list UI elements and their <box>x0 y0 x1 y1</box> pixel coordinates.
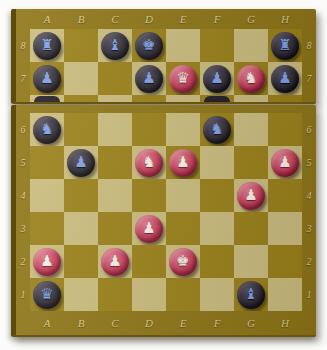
file-label-e-bottom: E <box>166 311 200 335</box>
sliver-square-g6 <box>234 95 268 102</box>
rank-label-7-left: 7 <box>16 62 30 95</box>
rank-label-2-right: 2 <box>302 245 316 278</box>
square-c8: ♝ <box>98 29 132 62</box>
black-rook-icon: ♜ <box>278 38 291 53</box>
square-e6 <box>166 113 200 146</box>
piece-red-pawn-g4: ♟ <box>237 182 265 210</box>
red-pawn-icon: ♟ <box>142 221 155 236</box>
piece-red-pawn-e5: ♟ <box>169 149 197 177</box>
square-e3 <box>166 212 200 245</box>
rank-label-3-left: 3 <box>16 212 30 245</box>
red-knight-icon: ♞ <box>244 71 257 86</box>
square-g8 <box>234 29 268 62</box>
square-h2 <box>268 245 302 278</box>
top-panel: ABCDEFGH8♜♝♚♜87♟♟♛♟♞♟7 <box>11 9 316 104</box>
square-f6: ♞ <box>200 113 234 146</box>
file-label-g-bottom: G <box>234 311 268 335</box>
rank-label-5-left: 5 <box>16 146 30 179</box>
rank-label-6-left: 6 <box>16 113 30 146</box>
rank-label-4-left: 4 <box>16 179 30 212</box>
clipped-piece-top-a6 <box>34 96 60 102</box>
square-h8: ♜ <box>268 29 302 62</box>
square-a5 <box>30 146 64 179</box>
rank-label-2-left: 2 <box>16 245 30 278</box>
piece-black-pawn-d7: ♟ <box>135 65 163 93</box>
frame-corner <box>16 311 30 335</box>
square-a2: ♟ <box>30 245 64 278</box>
square-d5: ♞ <box>132 146 166 179</box>
square-f4 <box>200 179 234 212</box>
rank-label-8-left: 8 <box>16 29 30 62</box>
black-pawn-icon: ♟ <box>40 71 53 86</box>
square-f2 <box>200 245 234 278</box>
file-label-f-bottom: F <box>200 311 234 335</box>
file-label-d-bottom: D <box>132 311 166 335</box>
square-e1 <box>166 278 200 311</box>
red-pawn-icon: ♟ <box>108 254 121 269</box>
square-e7: ♛ <box>166 62 200 95</box>
square-a3 <box>30 212 64 245</box>
piece-black-bishop-g1: ♝ <box>237 281 265 309</box>
square-b2 <box>64 245 98 278</box>
top-panel-board: ABCDEFGH8♜♝♚♜87♟♟♛♟♞♟7 <box>16 9 316 102</box>
file-label-h-bottom: H <box>268 311 302 335</box>
red-knight-icon: ♞ <box>142 155 155 170</box>
square-e2: ♚ <box>166 245 200 278</box>
sliver-square-d6 <box>132 95 166 102</box>
piece-black-bishop-c8: ♝ <box>101 32 129 60</box>
rank-label-4-right: 4 <box>302 179 316 212</box>
rank-label-6-right: 6 <box>302 113 316 146</box>
file-label-g-top: G <box>234 9 268 29</box>
square-c2: ♟ <box>98 245 132 278</box>
file-label-b-bottom: B <box>64 311 98 335</box>
file-label-e-top: E <box>166 9 200 29</box>
piece-red-knight-g7: ♞ <box>237 65 265 93</box>
file-label-a-bottom: A <box>30 311 64 335</box>
black-knight-icon: ♞ <box>210 122 223 137</box>
black-queen-icon: ♛ <box>40 287 53 302</box>
square-d7: ♟ <box>132 62 166 95</box>
piece-red-pawn-d3: ♟ <box>135 215 163 243</box>
square-a1: ♛ <box>30 278 64 311</box>
piece-red-king-e2: ♚ <box>169 248 197 276</box>
piece-black-rook-a8: ♜ <box>33 32 61 60</box>
piece-red-pawn-h5: ♟ <box>271 149 299 177</box>
square-h6 <box>268 113 302 146</box>
sliver-square-h6 <box>268 95 302 102</box>
red-pawn-icon: ♟ <box>278 155 291 170</box>
black-pawn-icon: ♟ <box>142 71 155 86</box>
square-h5: ♟ <box>268 146 302 179</box>
piece-black-pawn-a7: ♟ <box>33 65 61 93</box>
red-pawn-icon: ♟ <box>176 155 189 170</box>
rank-label-1-left: 1 <box>16 278 30 311</box>
sliver-square-f6 <box>200 95 234 102</box>
square-d6 <box>132 113 166 146</box>
frame-corner <box>16 9 30 29</box>
file-label-d-top: D <box>132 9 166 29</box>
frame-top-edge <box>16 105 316 113</box>
clipped-piece-top-f6 <box>204 96 230 102</box>
square-a7: ♟ <box>30 62 64 95</box>
red-king-icon: ♚ <box>176 254 189 269</box>
rank-label-8-right: 8 <box>302 29 316 62</box>
square-g1: ♝ <box>234 278 268 311</box>
square-c1 <box>98 278 132 311</box>
black-rook-icon: ♜ <box>40 38 53 53</box>
sliver-square-a6 <box>30 95 64 102</box>
red-queen-icon: ♛ <box>176 71 189 86</box>
piece-black-pawn-b5: ♟ <box>67 149 95 177</box>
rank-label-7-right: 7 <box>302 62 316 95</box>
piece-black-knight-f6: ♞ <box>203 116 231 144</box>
square-d2 <box>132 245 166 278</box>
file-label-f-top: F <box>200 9 234 29</box>
square-b4 <box>64 179 98 212</box>
square-h7: ♟ <box>268 62 302 95</box>
square-g5 <box>234 146 268 179</box>
file-label-c-bottom: C <box>98 311 132 335</box>
square-e8 <box>166 29 200 62</box>
square-g2 <box>234 245 268 278</box>
square-g6 <box>234 113 268 146</box>
square-a6: ♞ <box>30 113 64 146</box>
black-bishop-icon: ♝ <box>108 38 121 53</box>
sliver-square-c6 <box>98 95 132 102</box>
frame-left <box>16 95 30 102</box>
frame-corner <box>302 9 316 29</box>
rank-label-3-right: 3 <box>302 212 316 245</box>
piece-red-queen-e7: ♛ <box>169 65 197 93</box>
piece-red-pawn-a2: ♟ <box>33 248 61 276</box>
square-c6 <box>98 113 132 146</box>
square-h3 <box>268 212 302 245</box>
square-d1 <box>132 278 166 311</box>
frame-corner <box>302 311 316 335</box>
black-pawn-icon: ♟ <box>74 155 87 170</box>
file-label-a-top: A <box>30 9 64 29</box>
square-g3 <box>234 212 268 245</box>
piece-black-pawn-f7: ♟ <box>203 65 231 93</box>
square-f5 <box>200 146 234 179</box>
square-a8: ♜ <box>30 29 64 62</box>
square-f8 <box>200 29 234 62</box>
piece-black-pawn-h7: ♟ <box>271 65 299 93</box>
square-d3: ♟ <box>132 212 166 245</box>
square-h4 <box>268 179 302 212</box>
square-b6 <box>64 113 98 146</box>
square-e4 <box>166 179 200 212</box>
black-bishop-icon: ♝ <box>244 287 257 302</box>
square-g4: ♟ <box>234 179 268 212</box>
square-g7: ♞ <box>234 62 268 95</box>
rank-label-1-right: 1 <box>302 278 316 311</box>
square-h1 <box>268 278 302 311</box>
piece-red-pawn-c2: ♟ <box>101 248 129 276</box>
canvas-print-scene: ABCDEFGH8♜♝♚♜87♟♟♛♟♞♟7 6♞♞65♟♞♟♟54♟43♟32… <box>0 0 327 350</box>
black-pawn-icon: ♟ <box>278 71 291 86</box>
file-label-h-top: H <box>268 9 302 29</box>
sliver-square-b6 <box>64 95 98 102</box>
square-c3 <box>98 212 132 245</box>
piece-black-rook-h8: ♜ <box>271 32 299 60</box>
sliver-square-e6 <box>166 95 200 102</box>
square-c7 <box>98 62 132 95</box>
file-label-c-top: C <box>98 9 132 29</box>
rank-label-5-right: 5 <box>302 146 316 179</box>
file-label-b-top: B <box>64 9 98 29</box>
square-d4 <box>132 179 166 212</box>
square-b1 <box>64 278 98 311</box>
red-pawn-icon: ♟ <box>40 254 53 269</box>
square-b5: ♟ <box>64 146 98 179</box>
black-king-icon: ♚ <box>142 38 155 53</box>
piece-black-queen-a1: ♛ <box>33 281 61 309</box>
square-d8: ♚ <box>132 29 166 62</box>
square-b8 <box>64 29 98 62</box>
bottom-panel: 6♞♞65♟♞♟♟54♟43♟32♟♟♚21♛♝1ABCDEFGH <box>11 105 316 337</box>
piece-black-king-d8: ♚ <box>135 32 163 60</box>
square-f1 <box>200 278 234 311</box>
square-e5: ♟ <box>166 146 200 179</box>
piece-black-knight-a6: ♞ <box>33 116 61 144</box>
square-f7: ♟ <box>200 62 234 95</box>
square-c4 <box>98 179 132 212</box>
frame-right <box>302 95 316 102</box>
bottom-panel-board: 6♞♞65♟♞♟♟54♟43♟32♟♟♚21♛♝1ABCDEFGH <box>16 105 316 335</box>
square-c5 <box>98 146 132 179</box>
black-knight-icon: ♞ <box>40 122 53 137</box>
red-pawn-icon: ♟ <box>244 188 257 203</box>
square-a4 <box>30 179 64 212</box>
square-b7 <box>64 62 98 95</box>
black-pawn-icon: ♟ <box>210 71 223 86</box>
square-b3 <box>64 212 98 245</box>
square-f3 <box>200 212 234 245</box>
piece-red-knight-d5: ♞ <box>135 149 163 177</box>
